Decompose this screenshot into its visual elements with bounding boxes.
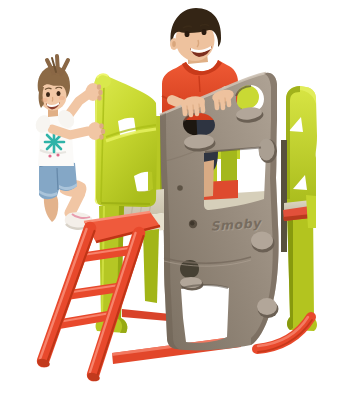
gap-shadow	[281, 140, 287, 252]
wall-peg-small	[177, 185, 183, 191]
boy-eye-right	[202, 29, 207, 35]
boy-eye-left	[185, 31, 190, 37]
girl-eye-right	[57, 91, 61, 96]
climbing-tower-scene: Smoby Smoby	[0, 0, 352, 400]
left-panel-leg-rear	[143, 229, 159, 303]
product-photo: Smoby Smoby	[0, 0, 352, 400]
boy-leg	[203, 160, 214, 197]
girl-eye-left	[46, 92, 50, 97]
